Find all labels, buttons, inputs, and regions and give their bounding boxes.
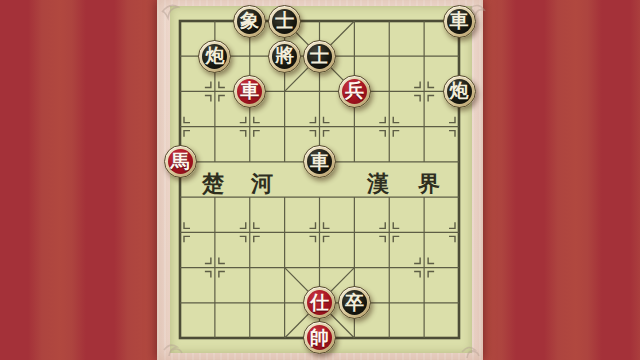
piece-black-cannon[interactable]: 炮 [198,40,231,73]
piece-glyph: 炮 [202,44,227,69]
piece-glyph: 卒 [342,290,367,315]
piece-glyph: 兵 [342,79,367,104]
piece-black-advisor[interactable]: 士 [303,40,336,73]
piece-glyph: 帥 [307,325,332,350]
piece-glyph: 士 [307,44,332,69]
piece-glyph: 車 [237,79,262,104]
piece-black-elephant[interactable]: 象 [233,5,266,38]
river-text-char: 河 [249,170,275,196]
river-text-char: 漢 [365,170,391,196]
piece-glyph: 車 [307,149,332,174]
piece-glyph: 車 [447,9,472,34]
piece-black-general[interactable]: 將 [268,40,301,73]
piece-glyph: 馬 [168,149,193,174]
river-text-char: 界 [416,170,442,196]
piece-black-cannon[interactable]: 炮 [443,75,476,108]
piece-red-chariot[interactable]: 車 [233,75,266,108]
river-text-char: 楚 [200,170,226,196]
piece-glyph: 將 [272,44,297,69]
piece-glyph: 仕 [307,290,332,315]
piece-glyph: 象 [237,9,262,34]
piece-red-horse[interactable]: 馬 [164,145,197,178]
piece-black-advisor[interactable]: 士 [268,5,301,38]
piece-black-soldier[interactable]: 卒 [338,286,371,319]
piece-glyph: 炮 [447,79,472,104]
piece-glyph: 士 [272,9,297,34]
piece-black-chariot[interactable]: 車 [443,5,476,38]
piece-red-soldier[interactable]: 兵 [338,75,371,108]
